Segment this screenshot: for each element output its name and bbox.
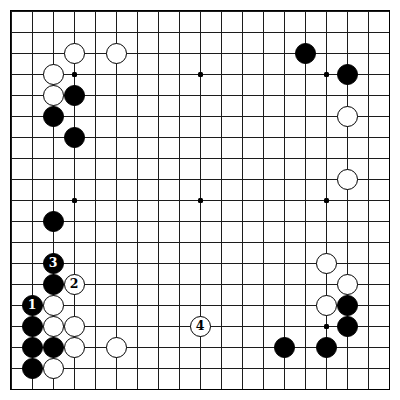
stone-white	[43, 316, 64, 337]
stone-black	[337, 316, 358, 337]
stone-white	[64, 43, 85, 64]
stone-move-number: 2	[70, 277, 79, 290]
go-diagram-page: 3214	[0, 0, 400, 400]
stone-black	[295, 43, 316, 64]
stone-black	[274, 337, 295, 358]
stone-move-number: 3	[49, 256, 58, 269]
stone-white	[43, 358, 64, 379]
stone-black	[64, 127, 85, 148]
stone-white	[43, 85, 64, 106]
stone-white	[337, 106, 358, 127]
stone-black	[64, 85, 85, 106]
star-point	[324, 198, 329, 203]
board-grid: 3214	[1, 1, 400, 400]
stone-black-move-3: 3	[43, 253, 64, 274]
stone-black	[43, 274, 64, 295]
star-point	[324, 72, 329, 77]
go-board: 3214	[0, 0, 400, 400]
star-point	[72, 72, 77, 77]
stone-white-move-2: 2	[64, 274, 85, 295]
stone-white	[43, 64, 64, 85]
stone-white	[337, 169, 358, 190]
star-point	[324, 324, 329, 329]
stone-black	[22, 337, 43, 358]
stone-black	[22, 358, 43, 379]
star-point	[72, 198, 77, 203]
stone-move-number: 1	[28, 298, 37, 311]
stone-black	[22, 316, 43, 337]
stone-white	[64, 337, 85, 358]
star-point	[198, 198, 203, 203]
stone-move-number: 4	[196, 319, 205, 332]
star-point	[198, 72, 203, 77]
stone-white	[106, 43, 127, 64]
stone-white	[337, 274, 358, 295]
stone-white	[106, 337, 127, 358]
stone-black	[316, 337, 337, 358]
stone-black	[337, 295, 358, 316]
stone-black	[43, 106, 64, 127]
stone-white	[316, 253, 337, 274]
stone-white-move-4: 4	[190, 316, 211, 337]
stone-white	[316, 295, 337, 316]
stone-black	[43, 337, 64, 358]
stone-white	[43, 295, 64, 316]
stone-black	[337, 64, 358, 85]
stone-black-move-1: 1	[22, 295, 43, 316]
stone-white	[64, 316, 85, 337]
stone-black	[43, 211, 64, 232]
